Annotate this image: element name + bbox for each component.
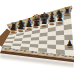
black-rook[interactable]: ♜ (63, 8, 71, 17)
black-pawn[interactable]: ♟ (33, 21, 40, 29)
pieces-layer: ♜♞♝♛♚♝♞♜♟♟♟♟♟♟♟♟ (0, 0, 74, 74)
piece-wood-base (64, 15, 70, 17)
black-pawn[interactable]: ♟ (56, 16, 63, 24)
piece-wood-base (49, 23, 54, 25)
piece-wood-base (57, 22, 62, 24)
piece-wood-base (67, 47, 72, 49)
chess-set-photo: ♜♞♝♛♚♝♞♜♟♟♟♟♟♟♟♟ (0, 0, 74, 74)
piece-wood-base (42, 25, 47, 27)
piece-wood-base (18, 30, 23, 32)
piece-wood-base (10, 31, 15, 33)
black-pawn[interactable]: ♟ (41, 19, 48, 27)
black-pawn[interactable]: ♟ (9, 26, 16, 34)
black-pawn[interactable]: ♟ (25, 22, 32, 30)
black-pawn[interactable]: ♟ (66, 41, 73, 49)
black-pawn[interactable]: ♟ (17, 24, 24, 32)
piece-wood-base (34, 27, 39, 29)
piece-wood-base (26, 28, 31, 30)
black-pawn[interactable]: ♟ (48, 18, 55, 26)
